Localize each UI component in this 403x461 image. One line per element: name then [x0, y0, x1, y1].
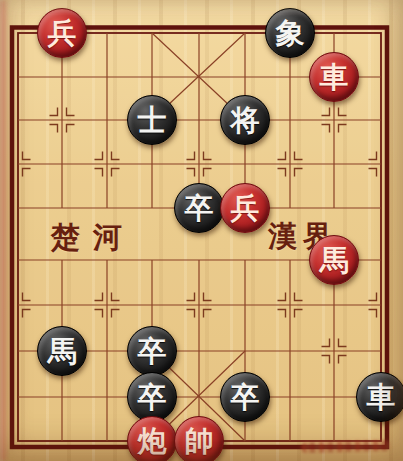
piece-black-soldier[interactable]: 卒: [127, 326, 177, 376]
piece-black-elephant[interactable]: 象: [265, 8, 315, 58]
piece-red-soldier[interactable]: 兵: [220, 183, 270, 233]
piece-black-chariot[interactable]: 車: [356, 372, 403, 422]
xiangqi-board: 楚河 漢界 兵象車士将卒兵馬馬卒卒卒車炮帥: [0, 0, 403, 461]
piece-black-soldier[interactable]: 卒: [174, 183, 224, 233]
piece-black-soldier[interactable]: 卒: [127, 372, 177, 422]
piece-red-general[interactable]: 帥: [174, 416, 224, 461]
piece-black-advisor[interactable]: 士: [127, 95, 177, 145]
piece-red-horse[interactable]: 馬: [309, 235, 359, 285]
river-label-chu-he: 楚河: [51, 223, 135, 252]
piece-red-chariot[interactable]: 車: [309, 52, 359, 102]
piece-red-cannon[interactable]: 炮: [127, 416, 177, 461]
piece-red-soldier[interactable]: 兵: [37, 8, 87, 58]
piece-black-general[interactable]: 将: [220, 95, 270, 145]
piece-black-horse[interactable]: 馬: [37, 326, 87, 376]
piece-black-soldier[interactable]: 卒: [220, 372, 270, 422]
